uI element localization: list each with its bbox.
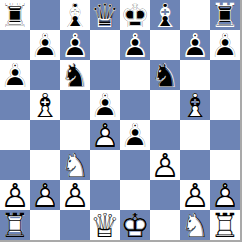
square-e7[interactable]: ♟♙ (120, 30, 150, 60)
square-c2[interactable]: ♟♙ (60, 180, 90, 210)
black-knight-f6[interactable]: ♞♘ (150, 60, 180, 90)
square-f3[interactable]: ♟♙ (150, 150, 180, 180)
square-d8[interactable]: ♛♕ (90, 0, 120, 30)
square-b1[interactable] (30, 210, 60, 240)
square-h6[interactable] (210, 60, 240, 90)
black-pawn-e7[interactable]: ♟♙ (120, 30, 150, 60)
square-e6[interactable] (120, 60, 150, 90)
queen-outline-glyph: ♕ (90, 0, 120, 30)
square-g7[interactable]: ♟♙ (180, 30, 210, 60)
square-h5[interactable] (210, 90, 240, 120)
square-f1[interactable] (150, 210, 180, 240)
white-bishop-b5[interactable]: ♝♗ (30, 90, 60, 120)
white-pawn-f3[interactable]: ♟♙ (150, 150, 180, 180)
square-g1[interactable]: ♞♘ (180, 210, 210, 240)
square-g5[interactable]: ♝♗ (180, 90, 210, 120)
king-outline-glyph: ♔ (120, 210, 150, 240)
square-d1[interactable]: ♛♕ (90, 210, 120, 240)
white-knight-g1[interactable]: ♞♘ (180, 210, 210, 240)
square-f8[interactable]: ♝♗ (150, 0, 180, 30)
white-rook-h1[interactable]: ♜♖ (210, 210, 240, 240)
white-pawn-d4[interactable]: ♟♙ (90, 120, 120, 150)
square-f5[interactable] (150, 90, 180, 120)
square-a1[interactable]: ♜♖ (0, 210, 30, 240)
square-a5[interactable] (0, 90, 30, 120)
black-queen-d8[interactable]: ♛♕ (90, 0, 120, 30)
white-queen-d1[interactable]: ♛♕ (90, 210, 120, 240)
square-c6[interactable]: ♞♘ (60, 60, 90, 90)
black-rook-a8[interactable]: ♜♖ (0, 0, 30, 30)
bishop-outline-glyph: ♗ (150, 0, 180, 30)
square-d3[interactable] (90, 150, 120, 180)
square-e3[interactable] (120, 150, 150, 180)
pawn-outline-glyph: ♙ (30, 180, 60, 210)
black-pawn-g7[interactable]: ♟♙ (180, 30, 210, 60)
square-a4[interactable] (0, 120, 30, 150)
pawn-outline-glyph: ♙ (30, 30, 60, 60)
square-c5[interactable] (60, 90, 90, 120)
pawn-outline-glyph: ♙ (210, 30, 240, 60)
square-b4[interactable] (30, 120, 60, 150)
square-f6[interactable]: ♞♘ (150, 60, 180, 90)
square-a6[interactable]: ♟♙ (0, 60, 30, 90)
square-b7[interactable]: ♟♙ (30, 30, 60, 60)
rook-outline-glyph: ♖ (0, 210, 30, 240)
bishop-outline-glyph: ♗ (180, 90, 210, 120)
square-g4[interactable] (180, 120, 210, 150)
white-pawn-b2[interactable]: ♟♙ (30, 180, 60, 210)
square-e4[interactable]: ♟♙ (120, 120, 150, 150)
chess-board: ♜♖♝♗♛♕♚♔♝♗♜♖♟♙♟♙♟♙♟♙♟♙♟♙♞♘♞♘♝♗♟♙♝♗♟♙♟♙♞♘… (0, 0, 242, 242)
knight-outline-glyph: ♘ (60, 60, 90, 90)
bishop-outline-glyph: ♗ (30, 90, 60, 120)
white-rook-a1[interactable]: ♜♖ (0, 210, 30, 240)
white-bishop-g5[interactable]: ♝♗ (180, 90, 210, 120)
pawn-outline-glyph: ♙ (120, 120, 150, 150)
square-h7[interactable]: ♟♙ (210, 30, 240, 60)
black-pawn-h7[interactable]: ♟♙ (210, 30, 240, 60)
pawn-outline-glyph: ♙ (150, 150, 180, 180)
square-c1[interactable] (60, 210, 90, 240)
black-knight-c6[interactable]: ♞♘ (60, 60, 90, 90)
square-h4[interactable] (210, 120, 240, 150)
pawn-outline-glyph: ♙ (180, 30, 210, 60)
square-f2[interactable] (150, 180, 180, 210)
black-pawn-a6[interactable]: ♟♙ (0, 60, 30, 90)
black-pawn-e4[interactable]: ♟♙ (120, 120, 150, 150)
pawn-outline-glyph: ♙ (120, 30, 150, 60)
black-pawn-b7[interactable]: ♟♙ (30, 30, 60, 60)
square-h1[interactable]: ♜♖ (210, 210, 240, 240)
square-d7[interactable] (90, 30, 120, 60)
square-e1[interactable]: ♚♔ (120, 210, 150, 240)
knight-outline-glyph: ♘ (150, 60, 180, 90)
square-a8[interactable]: ♜♖ (0, 0, 30, 30)
square-b2[interactable]: ♟♙ (30, 180, 60, 210)
pawn-outline-glyph: ♙ (90, 120, 120, 150)
knight-outline-glyph: ♘ (180, 210, 210, 240)
white-king-e1[interactable]: ♚♔ (120, 210, 150, 240)
black-bishop-f8[interactable]: ♝♗ (150, 0, 180, 30)
square-d4[interactable]: ♟♙ (90, 120, 120, 150)
queen-outline-glyph: ♕ (90, 210, 120, 240)
rook-outline-glyph: ♖ (0, 0, 30, 30)
pawn-outline-glyph: ♙ (60, 180, 90, 210)
white-pawn-c2[interactable]: ♟♙ (60, 180, 90, 210)
square-b5[interactable]: ♝♗ (30, 90, 60, 120)
rook-outline-glyph: ♖ (210, 210, 240, 240)
pawn-outline-glyph: ♙ (0, 60, 30, 90)
